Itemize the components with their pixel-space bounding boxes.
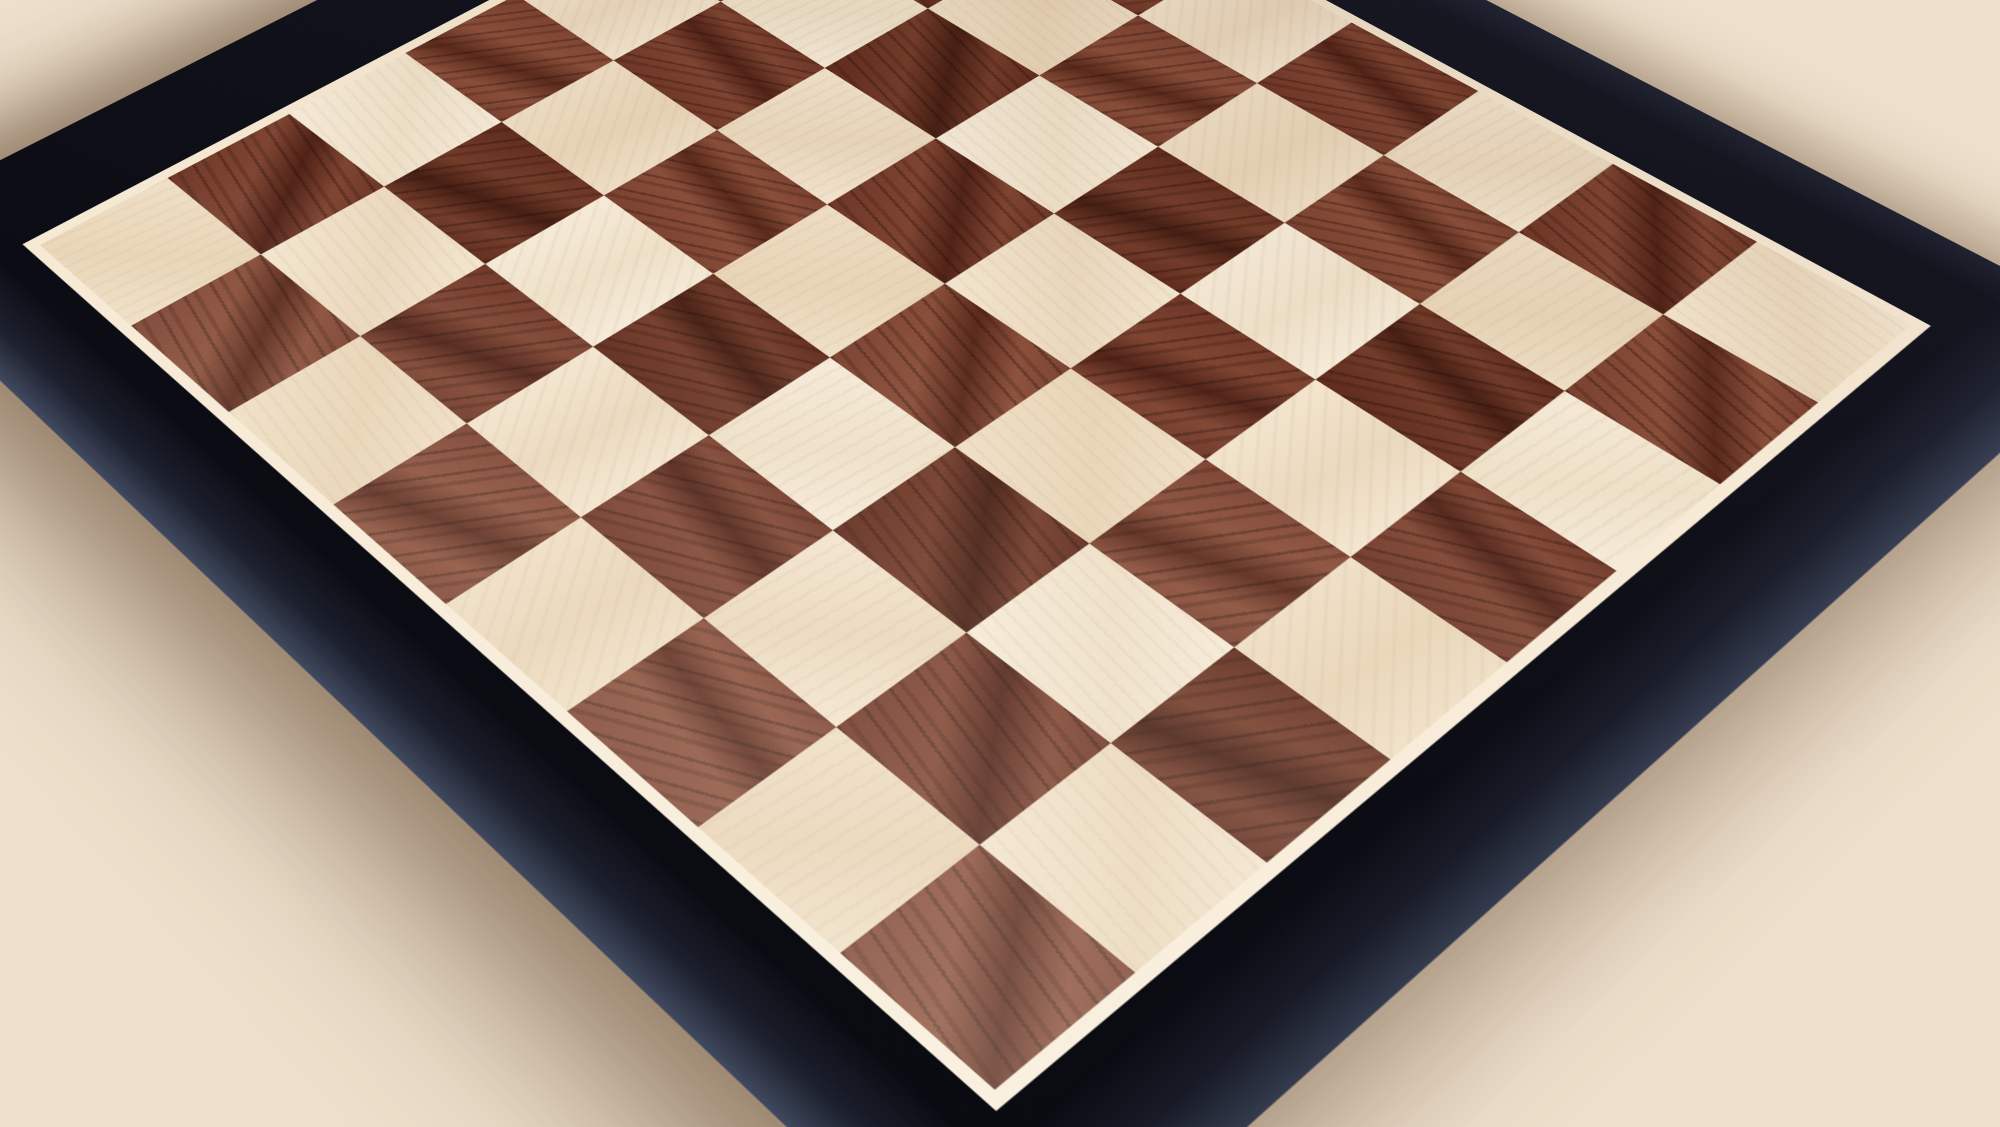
scene xyxy=(0,0,2000,1127)
